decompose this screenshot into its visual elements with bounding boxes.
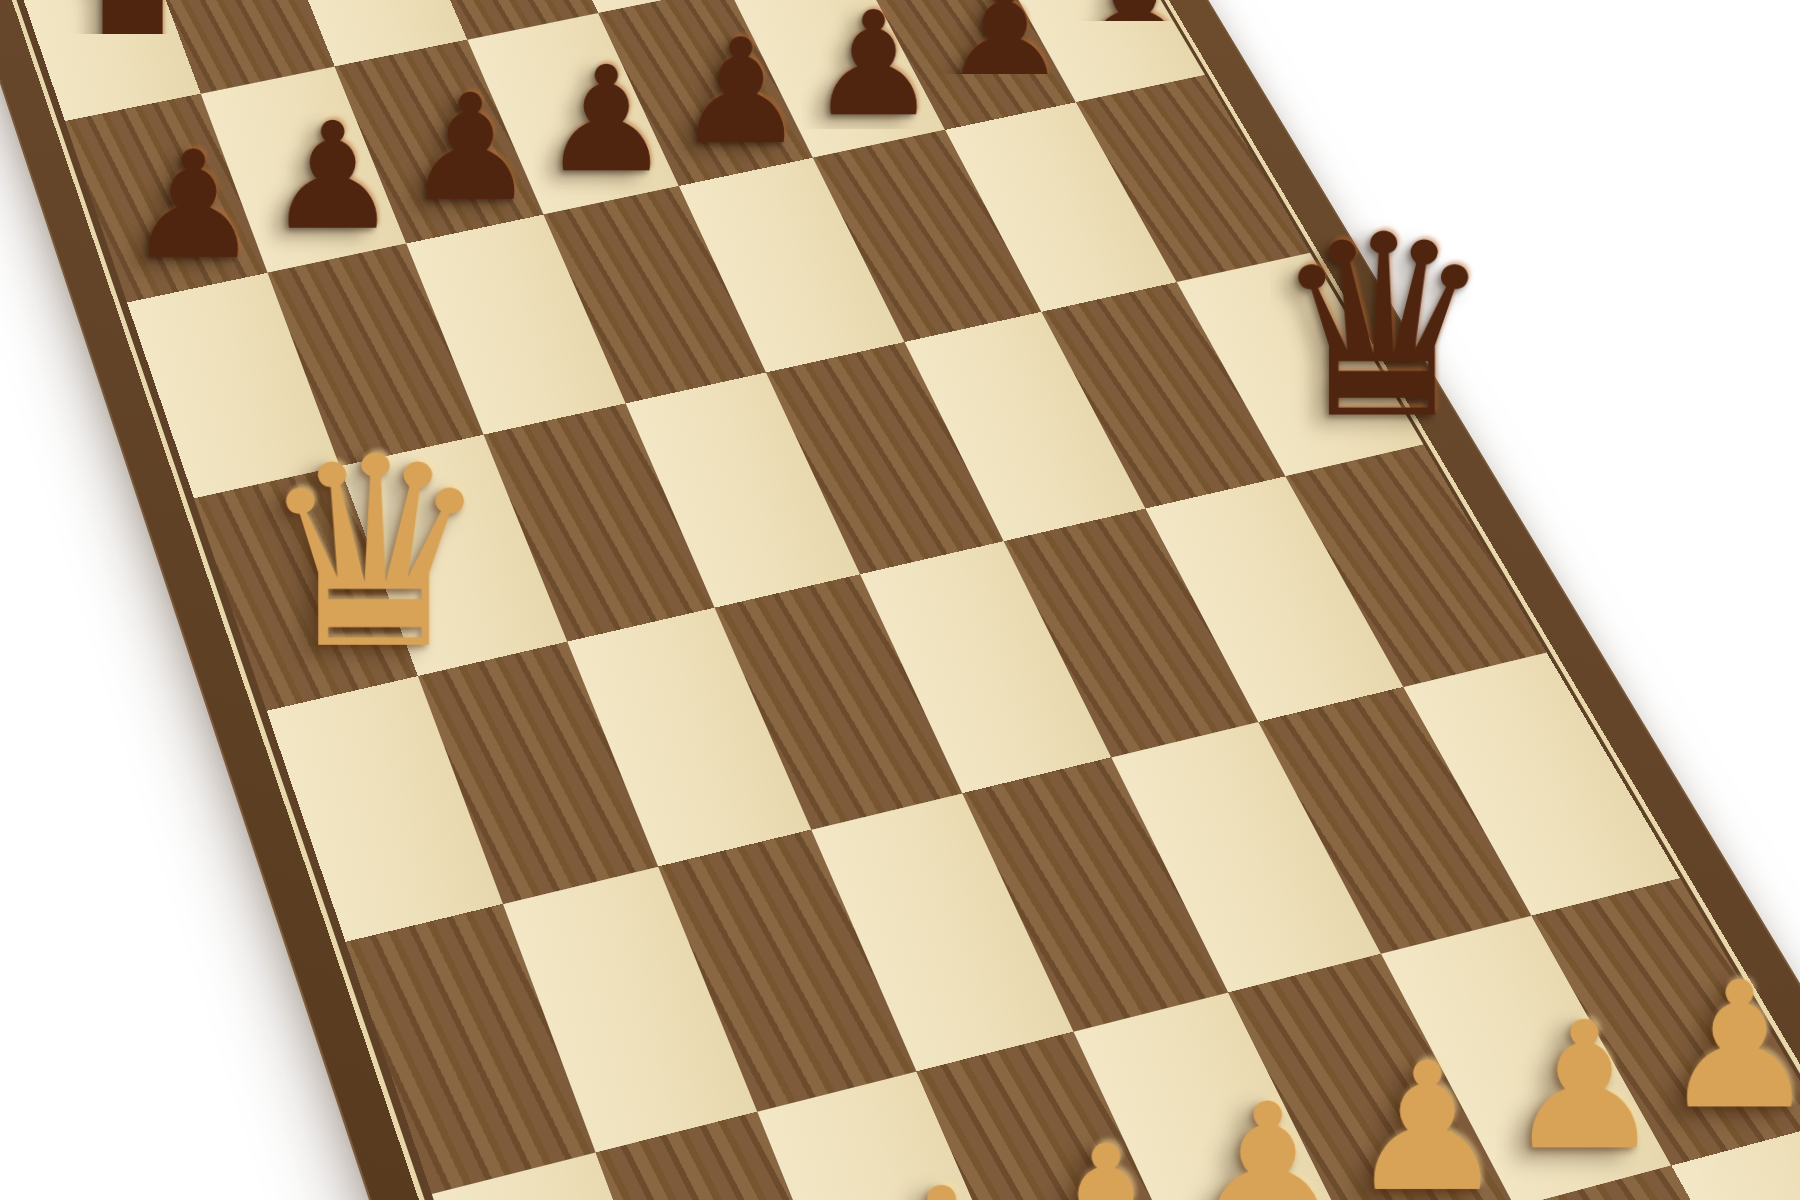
white-pawn-f2: ♟ (1338, 1043, 1516, 1200)
black-knight-b8: ♞ (192, 0, 335, 69)
black-pawn-f7: ♟ (801, 0, 945, 133)
black-pawn-h7: ♟ (1063, 0, 1206, 78)
black-pawn-e7: ♟ (668, 23, 813, 161)
white-pawn-c2: ♟ (851, 1168, 1033, 1200)
white-pawn-d2: ♟ (1016, 1125, 1196, 1200)
white-pawn-e2: ♟ (1178, 1084, 1357, 1200)
black-queen-h5: ♛ (1270, 209, 1424, 448)
black-pawn-a7: ♟ (119, 134, 268, 275)
square-a5: ♛ (194, 466, 418, 710)
square-g5 (1041, 282, 1285, 508)
chess-board: ♜♞♝♛♚♝♞♜♟♟♟♟♟♟♟♟♛♛♟♟♟♟♟♟♟♟♜♞♝♛♚♝♞♜ (0, 0, 1800, 1200)
square-c5 (484, 403, 715, 641)
white-pawn-g2: ♟ (1496, 1002, 1672, 1170)
black-rook-a8: ♜ (57, 0, 200, 96)
black-pawn-c7: ♟ (397, 78, 544, 218)
square-c2: ♟ (757, 1071, 1031, 1200)
white-pawn-h2: ♟ (1652, 962, 1800, 1128)
black-pawn-g7: ♟ (933, 0, 1077, 105)
board-grid: ♜♞♝♛♚♝♞♜♟♟♟♟♟♟♟♟♛♛♟♟♟♟♟♟♟♟♜♞♝♛♚♝♞♜ (8, 0, 1800, 1200)
square-a7: ♟ (65, 94, 267, 303)
photo-scene: ♜♞♝♛♚♝♞♜♟♟♟♟♟♟♟♟♛♛♟♟♟♟♟♟♟♟♜♞♝♛♚♝♞♜ (0, 0, 1800, 1200)
white-queen-a5: ♛ (257, 429, 418, 679)
board-pinstripe-inlay: ♜♞♝♛♚♝♞♜♟♟♟♟♟♟♟♟♛♛♟♟♟♟♟♟♟♟♜♞♝♛♚♝♞♜ (0, 0, 1800, 1200)
black-pawn-d7: ♟ (533, 50, 679, 189)
black-pawn-b7: ♟ (259, 106, 407, 247)
